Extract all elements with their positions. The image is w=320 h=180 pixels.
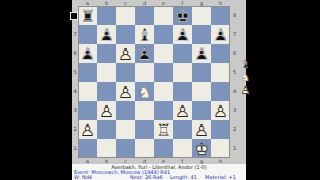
board-square-d8[interactable] [135, 6, 154, 25]
board-square-b3[interactable]: ♟ [97, 101, 116, 120]
board-square-f4[interactable] [173, 82, 192, 101]
board-square-d3[interactable] [135, 101, 154, 120]
board-square-b2[interactable] [97, 120, 116, 139]
rank-label: 2 [233, 120, 246, 139]
board-square-c7[interactable] [116, 25, 135, 44]
board-square-b5[interactable] [97, 63, 116, 82]
board-square-a8[interactable]: ♜ [78, 6, 97, 25]
board-square-g4[interactable] [192, 82, 211, 101]
board-square-a6[interactable]: ♟ [78, 44, 97, 63]
board-square-f3[interactable]: ♟ [173, 101, 192, 120]
board-square-g1[interactable]: ♚ [192, 139, 211, 158]
chess-piece-wP: ♟ [97, 101, 116, 120]
rank-label: 3 [233, 101, 246, 120]
game-length-field: Length: 41 [170, 175, 197, 180]
board-square-b6[interactable] [97, 44, 116, 63]
board-square-f6[interactable] [173, 44, 192, 63]
rank-label: 7 [233, 25, 246, 44]
board-square-g8[interactable] [192, 6, 211, 25]
board-square-b1[interactable] [97, 139, 116, 158]
chess-piece-wP: ♟ [173, 101, 192, 120]
chess-piece-wP: ♟ [116, 44, 135, 63]
board-square-c2[interactable] [116, 120, 135, 139]
board-square-c8[interactable] [116, 6, 135, 25]
chess-piece-wP: ♟ [211, 101, 230, 120]
white-move-field: W: Nd4 [74, 175, 92, 180]
board-square-e3[interactable] [154, 101, 173, 120]
board-square-f7[interactable]: ♟ [173, 25, 192, 44]
board-square-b4[interactable] [97, 82, 116, 101]
board-square-g5[interactable] [192, 63, 211, 82]
board-square-c1[interactable] [116, 139, 135, 158]
chess-piece-bP: ♟ [211, 25, 230, 44]
rank-label: 8 [233, 6, 246, 25]
chess-piece-bP: ♟ [173, 25, 192, 44]
board-square-a5[interactable] [78, 63, 97, 82]
rank-label: 1 [233, 139, 246, 158]
board-square-h2[interactable] [211, 120, 230, 139]
chess-board: ♜♚♟♝♟♟♟♟♟♟♟♞♟♟♟♟♜♟♚ [78, 6, 230, 158]
material-field: Material: +1 [205, 175, 236, 180]
board-square-a3[interactable] [78, 101, 97, 120]
chess-piece-bR: ♜ [78, 6, 97, 25]
board-square-h6[interactable] [211, 44, 230, 63]
chess-piece-wP: ♟ [78, 120, 97, 139]
chess-piece-bP: ♟ [97, 25, 116, 44]
board-square-g7[interactable] [192, 25, 211, 44]
board-square-d1[interactable] [135, 139, 154, 158]
board-square-f5[interactable] [173, 63, 192, 82]
side-to-move-indicator [71, 13, 77, 19]
chess-viewer: abcdefgh 87654321 ♜♚♟♝♟♟♟♟♟♟♟♞♟♟♟♟♜♟♚ 87… [0, 0, 320, 180]
board-square-g3[interactable] [192, 101, 211, 120]
chess-piece-wN: ♞ [135, 82, 154, 101]
board-square-a1[interactable] [78, 139, 97, 158]
board-square-b8[interactable] [97, 6, 116, 25]
chess-piece-bB: ♝ [135, 25, 154, 44]
board-square-e7[interactable] [154, 25, 173, 44]
board-square-d5[interactable] [135, 63, 154, 82]
next-move-field: Next: 26-Ra6 [130, 175, 163, 180]
board-square-c6[interactable]: ♟ [116, 44, 135, 63]
board-square-d7[interactable]: ♝ [135, 25, 154, 44]
chess-piece-wR: ♜ [154, 120, 173, 139]
board-square-h1[interactable] [211, 139, 230, 158]
chess-piece-bP: ♟ [78, 44, 97, 63]
chess-piece-wP: ♟ [192, 120, 211, 139]
board-square-b7[interactable]: ♟ [97, 25, 116, 44]
board-square-h8[interactable] [211, 6, 230, 25]
board-square-f1[interactable] [173, 139, 192, 158]
board-square-c3[interactable] [116, 101, 135, 120]
board-square-h3[interactable]: ♟ [211, 101, 230, 120]
board-square-a2[interactable]: ♟ [78, 120, 97, 139]
board-square-d4[interactable]: ♞ [135, 82, 154, 101]
board-square-e4[interactable] [154, 82, 173, 101]
captured-piece-wN: ♞ [239, 71, 252, 84]
captured-pieces-tray: ♝♞♟ [239, 58, 252, 97]
board-square-f2[interactable] [173, 120, 192, 139]
board-square-h7[interactable]: ♟ [211, 25, 230, 44]
board-square-g2[interactable]: ♟ [192, 120, 211, 139]
board-square-e5[interactable] [154, 63, 173, 82]
board-square-c4[interactable]: ♟ [116, 82, 135, 101]
board-square-h4[interactable] [211, 82, 230, 101]
board-square-g6[interactable]: ♟ [192, 44, 211, 63]
board-square-a7[interactable] [78, 25, 97, 44]
board-square-c5[interactable] [116, 63, 135, 82]
chess-piece-bK: ♚ [173, 6, 192, 25]
chess-piece-wP: ♟ [116, 82, 135, 101]
board-square-e8[interactable] [154, 6, 173, 25]
board-frame: abcdefgh 87654321 ♜♚♟♝♟♟♟♟♟♟♟♞♟♟♟♟♜♟♚ 87… [72, 0, 246, 180]
chess-piece-bP: ♟ [135, 44, 154, 63]
stats-line: W: Nd4 Next: 26-Ra6 Length: 41 Material:… [72, 175, 246, 180]
captured-piece-bB: ♝ [239, 58, 252, 71]
board-square-e1[interactable] [154, 139, 173, 158]
chess-piece-wK: ♚ [192, 139, 211, 158]
board-square-a4[interactable] [78, 82, 97, 101]
board-square-e6[interactable] [154, 44, 173, 63]
board-square-h5[interactable] [211, 63, 230, 82]
board-square-e2[interactable]: ♜ [154, 120, 173, 139]
board-square-d6[interactable]: ♟ [135, 44, 154, 63]
game-info-panel: Averbakh, Yuri - Lilienthal, Andor (1-0)… [72, 164, 246, 180]
board-square-d2[interactable] [135, 120, 154, 139]
captured-piece-wP: ♟ [239, 84, 252, 97]
chess-piece-bP: ♟ [192, 44, 211, 63]
board-square-f8[interactable]: ♚ [173, 6, 192, 25]
